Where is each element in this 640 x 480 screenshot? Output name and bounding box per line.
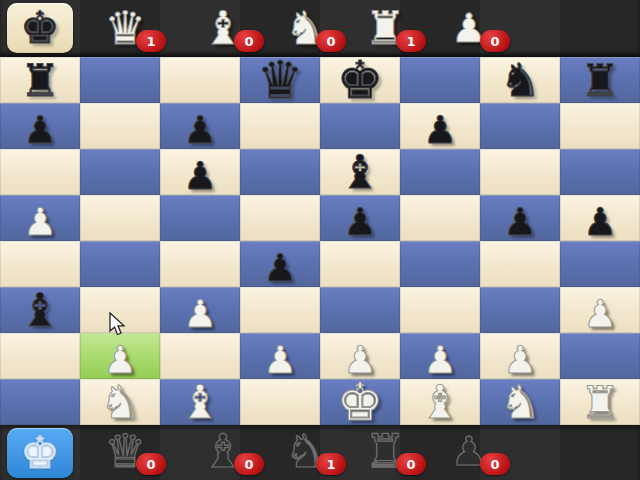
captured-slot-black-bishop: ♝0 [190, 425, 256, 477]
piece-white-knight-b1: ♞ [99, 381, 140, 424]
square-h7[interactable] [560, 103, 640, 149]
piece-black-pawn-c6: ♟ [183, 158, 217, 194]
square-b1[interactable]: ♞ [80, 379, 160, 425]
piece-white-pawn-e2: ♟ [343, 342, 377, 378]
square-d3[interactable] [240, 287, 320, 333]
capture-count-badge-white-queen: 1 [136, 30, 166, 52]
capture-count-badge-black-bishop: 0 [234, 453, 264, 475]
piece-white-pawn-a5: ♟ [23, 204, 57, 240]
capture-count-badge-black-pawn: 0 [480, 453, 510, 475]
square-d2[interactable]: ♟ [240, 333, 320, 379]
piece-white-rook-h1: ♜ [580, 382, 620, 424]
square-f7[interactable]: ♟ [400, 103, 480, 149]
piece-black-king-e8: ♚ [337, 58, 384, 102]
piece-white-king-e1: ♚ [337, 380, 384, 424]
square-b5[interactable] [80, 195, 160, 241]
captured-slot-white-queen: ♛1 [92, 2, 158, 54]
square-g8[interactable]: ♞ [480, 57, 560, 103]
square-c3[interactable]: ♟ [160, 287, 240, 333]
square-b8[interactable] [80, 57, 160, 103]
square-h6[interactable] [560, 149, 640, 195]
square-g6[interactable] [480, 149, 560, 195]
square-h1[interactable]: ♜ [560, 379, 640, 425]
square-d4[interactable]: ♟ [240, 241, 320, 287]
captured-slot-black-queen: ♛0 [92, 425, 158, 477]
square-a4[interactable] [0, 241, 80, 287]
piece-black-pawn-d4: ♟ [263, 250, 297, 286]
piece-black-pawn-g5: ♟ [503, 204, 537, 240]
square-g1[interactable]: ♞ [480, 379, 560, 425]
square-e8[interactable]: ♚ [320, 57, 400, 103]
square-c6[interactable]: ♟ [160, 149, 240, 195]
piece-white-pawn-c3: ♟ [183, 296, 217, 332]
piece-white-bishop-c1: ♝ [179, 381, 220, 424]
captured-slot-white-knight: ♞0 [272, 2, 338, 54]
capture-count-badge-white-bishop: 0 [234, 30, 264, 52]
piece-black-pawn-c7: ♟ [183, 112, 217, 148]
square-h4[interactable] [560, 241, 640, 287]
piece-black-bishop-e6: ♝ [339, 151, 380, 194]
square-d1[interactable] [240, 379, 320, 425]
square-e1[interactable]: ♚ [320, 379, 400, 425]
square-a5[interactable]: ♟ [0, 195, 80, 241]
square-f2[interactable]: ♟ [400, 333, 480, 379]
square-e7[interactable] [320, 103, 400, 149]
black-capture-tray: ♚ ♛1♝0♞0♜1♟0 [0, 0, 640, 57]
square-h5[interactable]: ♟ [560, 195, 640, 241]
square-g7[interactable] [480, 103, 560, 149]
square-h8[interactable]: ♜ [560, 57, 640, 103]
piece-black-knight-g8: ♞ [499, 59, 540, 102]
square-a1[interactable] [0, 379, 80, 425]
square-f5[interactable] [400, 195, 480, 241]
piece-white-pawn-f2: ♟ [423, 342, 457, 378]
square-a2[interactable] [0, 333, 80, 379]
square-c5[interactable] [160, 195, 240, 241]
square-a3[interactable]: ♝ [0, 287, 80, 333]
chess-board: ♜♛♚♞♜♟♟♟♟♝♟♟♟♟♟♝♟♟♟♟♟♟♟♞♝♚♝♞♜ [0, 57, 640, 425]
piece-white-pawn-d2: ♟ [263, 342, 297, 378]
square-g4[interactable] [480, 241, 560, 287]
piece-white-pawn-b2: ♟ [103, 342, 137, 378]
square-h3[interactable]: ♟ [560, 287, 640, 333]
square-d5[interactable] [240, 195, 320, 241]
captured-slot-black-rook: ♜0 [352, 425, 418, 477]
square-f8[interactable] [400, 57, 480, 103]
square-d7[interactable] [240, 103, 320, 149]
square-b2[interactable]: ♟ [80, 333, 160, 379]
mouse-cursor-icon [108, 312, 128, 338]
piece-black-bishop-a3: ♝ [19, 289, 60, 332]
square-b6[interactable] [80, 149, 160, 195]
piece-white-knight-g1: ♞ [499, 381, 540, 424]
square-d8[interactable]: ♛ [240, 57, 320, 103]
white-king-icon: ♚ [20, 431, 59, 475]
captured-slot-white-rook: ♜1 [352, 2, 418, 54]
square-f3[interactable] [400, 287, 480, 333]
square-c7[interactable]: ♟ [160, 103, 240, 149]
square-a7[interactable]: ♟ [0, 103, 80, 149]
square-b4[interactable] [80, 241, 160, 287]
square-f6[interactable] [400, 149, 480, 195]
capture-count-badge-black-queen: 0 [136, 453, 166, 475]
square-c8[interactable] [160, 57, 240, 103]
captured-slot-black-knight: ♞1 [272, 425, 338, 477]
square-f1[interactable]: ♝ [400, 379, 480, 425]
piece-black-pawn-h5: ♟ [583, 204, 617, 240]
captured-slot-white-bishop: ♝0 [190, 2, 256, 54]
black-king-icon: ♚ [20, 6, 59, 50]
square-e3[interactable] [320, 287, 400, 333]
white-capture-tray: ♚ ♛0♝0♞1♜0♟0 [0, 425, 640, 480]
white-player-avatar: ♚ [7, 428, 73, 478]
captured-slot-white-pawn: ♟0 [436, 2, 502, 54]
capture-count-badge-white-rook: 1 [396, 30, 426, 52]
square-c2[interactable] [160, 333, 240, 379]
capture-count-badge-white-pawn: 0 [480, 30, 510, 52]
capture-count-badge-black-knight: 1 [316, 453, 346, 475]
piece-black-rook-a8: ♜ [20, 60, 60, 102]
square-f4[interactable] [400, 241, 480, 287]
square-e6[interactable]: ♝ [320, 149, 400, 195]
piece-black-rook-h8: ♜ [580, 60, 620, 102]
square-e5[interactable]: ♟ [320, 195, 400, 241]
piece-white-pawn-g2: ♟ [503, 342, 537, 378]
piece-white-bishop-f1: ♝ [419, 381, 460, 424]
piece-white-pawn-h3: ♟ [583, 296, 617, 332]
black-player-avatar: ♚ [7, 3, 73, 53]
square-e2[interactable]: ♟ [320, 333, 400, 379]
piece-black-queen-d8: ♛ [257, 58, 304, 102]
captured-slot-black-pawn: ♟0 [436, 425, 502, 477]
square-g5[interactable]: ♟ [480, 195, 560, 241]
square-e4[interactable] [320, 241, 400, 287]
capture-count-badge-black-rook: 0 [396, 453, 426, 475]
square-b7[interactable] [80, 103, 160, 149]
square-d6[interactable] [240, 149, 320, 195]
piece-black-pawn-f7: ♟ [423, 112, 457, 148]
square-g2[interactable]: ♟ [480, 333, 560, 379]
square-h2[interactable] [560, 333, 640, 379]
square-c4[interactable] [160, 241, 240, 287]
capture-count-badge-white-knight: 0 [316, 30, 346, 52]
square-a6[interactable] [0, 149, 80, 195]
square-g3[interactable] [480, 287, 560, 333]
piece-black-pawn-e5: ♟ [343, 204, 377, 240]
piece-black-pawn-a7: ♟ [23, 112, 57, 148]
square-a8[interactable]: ♜ [0, 57, 80, 103]
square-c1[interactable]: ♝ [160, 379, 240, 425]
